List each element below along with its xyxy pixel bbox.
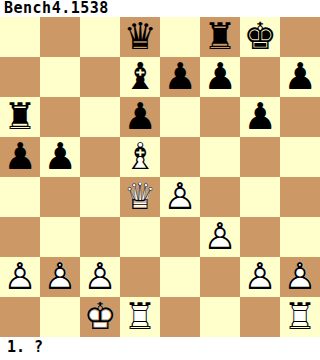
square-e6[interactable] — [160, 97, 200, 137]
square-h1[interactable]: ♜♖ — [280, 297, 320, 337]
square-a6[interactable]: ♜ — [0, 97, 40, 137]
piece-black-pawn[interactable]: ♟ — [240, 97, 280, 137]
piece-white-pawn[interactable]: ♟♙ — [240, 257, 280, 297]
square-c2[interactable]: ♟♙ — [80, 257, 120, 297]
piece-black-pawn[interactable]: ♟ — [40, 137, 80, 177]
square-f3[interactable]: ♟♙ — [200, 217, 240, 257]
black-piece-glyph: ♟ — [120, 97, 160, 137]
square-d6[interactable]: ♟ — [120, 97, 160, 137]
piece-white-pawn[interactable]: ♟♙ — [0, 257, 40, 297]
chess-app: Bench4.1538 ♛♜♚♝♟♟♟♜♟♟♟♟♝♗♛♕♟♙♟♙♟♙♟♙♟♙♟♙… — [0, 0, 320, 360]
white-piece-outline: ♖ — [280, 297, 320, 337]
square-e5[interactable] — [160, 137, 200, 177]
black-piece-glyph: ♛ — [120, 17, 160, 57]
piece-white-pawn[interactable]: ♟♙ — [80, 257, 120, 297]
square-a7[interactable] — [0, 57, 40, 97]
black-piece-glyph: ♜ — [0, 97, 40, 137]
white-piece-outline: ♙ — [80, 257, 120, 297]
piece-black-pawn[interactable]: ♟ — [200, 57, 240, 97]
black-piece-glyph: ♟ — [160, 57, 200, 97]
chess-board: ♛♜♚♝♟♟♟♜♟♟♟♟♝♗♛♕♟♙♟♙♟♙♟♙♟♙♟♙♟♙♚♔♜♖♜♖ — [0, 17, 320, 337]
square-g5[interactable] — [240, 137, 280, 177]
piece-black-pawn[interactable]: ♟ — [280, 57, 320, 97]
square-c1[interactable]: ♚♔ — [80, 297, 120, 337]
square-d2[interactable] — [120, 257, 160, 297]
square-e1[interactable] — [160, 297, 200, 337]
square-d8[interactable]: ♛ — [120, 17, 160, 57]
square-h7[interactable]: ♟ — [280, 57, 320, 97]
black-piece-glyph: ♟ — [40, 137, 80, 177]
square-f7[interactable]: ♟ — [200, 57, 240, 97]
square-e3[interactable] — [160, 217, 200, 257]
white-piece-outline: ♙ — [40, 257, 80, 297]
square-b4[interactable] — [40, 177, 80, 217]
square-d1[interactable]: ♜♖ — [120, 297, 160, 337]
piece-white-pawn[interactable]: ♟♙ — [280, 257, 320, 297]
square-h4[interactable] — [280, 177, 320, 217]
piece-white-pawn[interactable]: ♟♙ — [160, 177, 200, 217]
piece-black-pawn[interactable]: ♟ — [160, 57, 200, 97]
square-f5[interactable] — [200, 137, 240, 177]
square-h2[interactable]: ♟♙ — [280, 257, 320, 297]
square-a3[interactable] — [0, 217, 40, 257]
square-b6[interactable] — [40, 97, 80, 137]
square-h8[interactable] — [280, 17, 320, 57]
square-a4[interactable] — [0, 177, 40, 217]
square-e8[interactable] — [160, 17, 200, 57]
black-piece-glyph: ♝ — [120, 57, 160, 97]
square-f6[interactable] — [200, 97, 240, 137]
white-piece-outline: ♙ — [240, 257, 280, 297]
square-a8[interactable] — [0, 17, 40, 57]
square-c7[interactable] — [80, 57, 120, 97]
piece-black-rook[interactable]: ♜ — [200, 17, 240, 57]
square-b8[interactable] — [40, 17, 80, 57]
square-b7[interactable] — [40, 57, 80, 97]
square-d4[interactable]: ♛♕ — [120, 177, 160, 217]
square-f8[interactable]: ♜ — [200, 17, 240, 57]
piece-white-king[interactable]: ♚♔ — [80, 297, 120, 337]
square-b5[interactable]: ♟ — [40, 137, 80, 177]
square-c6[interactable] — [80, 97, 120, 137]
square-h5[interactable] — [280, 137, 320, 177]
black-piece-glyph: ♟ — [0, 137, 40, 177]
black-piece-glyph: ♟ — [200, 57, 240, 97]
square-g2[interactable]: ♟♙ — [240, 257, 280, 297]
piece-black-rook[interactable]: ♜ — [0, 97, 40, 137]
square-a2[interactable]: ♟♙ — [0, 257, 40, 297]
piece-black-king[interactable]: ♚ — [240, 17, 280, 57]
black-piece-glyph: ♟ — [240, 97, 280, 137]
square-g4[interactable] — [240, 177, 280, 217]
white-piece-outline: ♔ — [80, 297, 120, 337]
square-g7[interactable] — [240, 57, 280, 97]
square-g6[interactable]: ♟ — [240, 97, 280, 137]
black-piece-glyph: ♟ — [280, 57, 320, 97]
square-a5[interactable]: ♟ — [0, 137, 40, 177]
piece-white-rook[interactable]: ♜♖ — [120, 297, 160, 337]
move-prompt: 1. ? — [0, 337, 320, 360]
white-piece-outline: ♙ — [200, 217, 240, 257]
square-c8[interactable] — [80, 17, 120, 57]
square-f4[interactable] — [200, 177, 240, 217]
piece-white-queen[interactable]: ♛♕ — [120, 177, 160, 217]
square-c3[interactable] — [80, 217, 120, 257]
piece-white-pawn[interactable]: ♟♙ — [40, 257, 80, 297]
white-piece-outline: ♙ — [160, 177, 200, 217]
piece-white-bishop[interactable]: ♝♗ — [120, 137, 160, 177]
square-d7[interactable]: ♝ — [120, 57, 160, 97]
square-f2[interactable] — [200, 257, 240, 297]
black-piece-glyph: ♚ — [240, 17, 280, 57]
white-piece-outline: ♖ — [120, 297, 160, 337]
square-g8[interactable]: ♚ — [240, 17, 280, 57]
piece-black-pawn[interactable]: ♟ — [0, 137, 40, 177]
white-piece-outline: ♙ — [280, 257, 320, 297]
square-e4[interactable]: ♟♙ — [160, 177, 200, 217]
piece-black-bishop[interactable]: ♝ — [120, 57, 160, 97]
square-h3[interactable] — [280, 217, 320, 257]
square-g3[interactable] — [240, 217, 280, 257]
square-b2[interactable]: ♟♙ — [40, 257, 80, 297]
square-e7[interactable]: ♟ — [160, 57, 200, 97]
white-piece-outline: ♗ — [120, 137, 160, 177]
white-piece-outline: ♕ — [120, 177, 160, 217]
piece-black-pawn[interactable]: ♟ — [120, 97, 160, 137]
square-a1[interactable] — [0, 297, 40, 337]
white-piece-outline: ♙ — [0, 257, 40, 297]
black-piece-glyph: ♜ — [200, 17, 240, 57]
square-d5[interactable]: ♝♗ — [120, 137, 160, 177]
piece-white-pawn[interactable]: ♟♙ — [200, 217, 240, 257]
square-g1[interactable] — [240, 297, 280, 337]
square-c4[interactable] — [80, 177, 120, 217]
piece-black-queen[interactable]: ♛ — [120, 17, 160, 57]
square-b1[interactable] — [40, 297, 80, 337]
square-f1[interactable] — [200, 297, 240, 337]
square-d3[interactable] — [120, 217, 160, 257]
square-e2[interactable] — [160, 257, 200, 297]
square-c5[interactable] — [80, 137, 120, 177]
piece-white-rook[interactable]: ♜♖ — [280, 297, 320, 337]
square-h6[interactable] — [280, 97, 320, 137]
square-b3[interactable] — [40, 217, 80, 257]
